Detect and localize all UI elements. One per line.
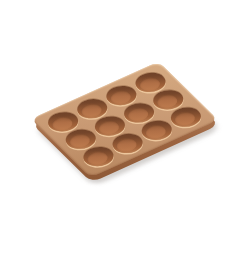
muffin-cup-floor [135, 75, 164, 94]
muffin-cup-floor [77, 101, 106, 120]
muffin-cup-floor [65, 131, 94, 150]
muffin-cup-floor [141, 122, 170, 141]
muffin-cup-floor [83, 149, 112, 168]
muffin-cup-floor [170, 109, 199, 128]
muffin-cup-floor [94, 118, 123, 137]
muffin-cup-floor [48, 114, 77, 133]
muffin-cup-floor [106, 88, 135, 107]
product-photo [0, 0, 245, 254]
muffin-cup-floor [153, 92, 182, 111]
muffin-cup-floor [112, 136, 141, 155]
muffin-pan-top-face [31, 61, 218, 177]
muffin-cup-floor [123, 105, 152, 124]
